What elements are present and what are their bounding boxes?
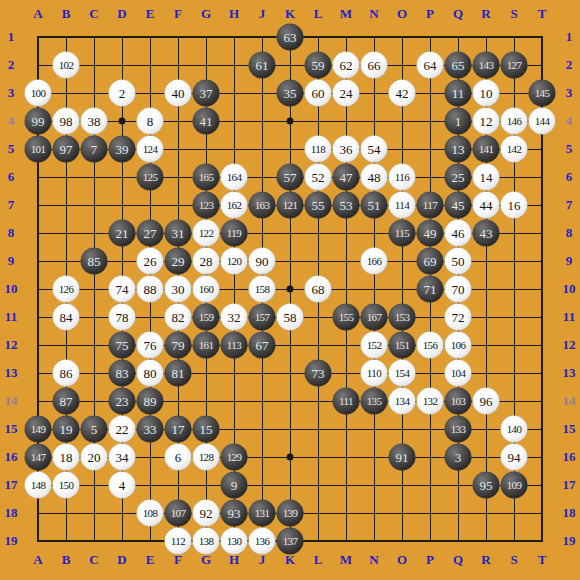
row-label-right-11: 11 <box>563 309 575 325</box>
stone-L2[interactable]: 59 <box>305 52 332 79</box>
stone-Q13[interactable]: 104 <box>445 360 472 387</box>
col-label-top-S: S <box>510 6 517 22</box>
stone-O14[interactable]: 134 <box>389 388 416 415</box>
stone-D10[interactable]: 74 <box>109 276 136 303</box>
stone-D14[interactable]: 23 <box>109 388 136 415</box>
stone-D16[interactable]: 34 <box>109 444 136 471</box>
stone-P10[interactable]: 71 <box>417 276 444 303</box>
stone-M2[interactable]: 62 <box>333 52 360 79</box>
stone-T4[interactable]: 144 <box>529 108 556 135</box>
col-label-bottom-S: S <box>510 552 517 568</box>
stone-L10[interactable]: 68 <box>305 276 332 303</box>
col-label-bottom-N: N <box>369 552 378 568</box>
row-label-right-2: 2 <box>566 57 573 73</box>
row-label-left-4: 4 <box>8 113 15 129</box>
stone-B10[interactable]: 126 <box>53 276 80 303</box>
stone-E18[interactable]: 108 <box>137 500 164 527</box>
stone-P2[interactable]: 64 <box>417 52 444 79</box>
col-label-bottom-B: B <box>62 552 71 568</box>
stone-D11[interactable]: 78 <box>109 304 136 331</box>
stone-M14[interactable]: 111 <box>333 388 360 415</box>
stone-G6[interactable]: 165 <box>193 164 220 191</box>
row-label-right-18: 18 <box>563 505 576 521</box>
col-label-top-M: M <box>340 6 352 22</box>
stone-J10[interactable]: 158 <box>249 276 276 303</box>
row-label-right-1: 1 <box>566 29 573 45</box>
stone-O12[interactable]: 151 <box>389 332 416 359</box>
stone-A15[interactable]: 149 <box>25 416 52 443</box>
stone-F18[interactable]: 107 <box>165 500 192 527</box>
row-label-left-18: 18 <box>5 505 18 521</box>
stone-Q15[interactable]: 133 <box>445 416 472 443</box>
star-point-K10 <box>287 286 294 293</box>
row-label-right-6: 6 <box>566 169 573 185</box>
stone-R6[interactable]: 14 <box>473 164 500 191</box>
stone-H11[interactable]: 32 <box>221 304 248 331</box>
star-point-K4 <box>287 118 294 125</box>
stone-E9[interactable]: 26 <box>137 248 164 275</box>
row-label-left-11: 11 <box>5 309 17 325</box>
col-label-top-B: B <box>62 6 71 22</box>
stone-P12[interactable]: 156 <box>417 332 444 359</box>
stone-D8[interactable]: 21 <box>109 220 136 247</box>
stone-O3[interactable]: 42 <box>389 80 416 107</box>
stone-R17[interactable]: 95 <box>473 472 500 499</box>
stone-E12[interactable]: 76 <box>137 332 164 359</box>
stone-R2[interactable]: 143 <box>473 52 500 79</box>
col-label-top-T: T <box>538 6 547 22</box>
stone-R8[interactable]: 43 <box>473 220 500 247</box>
stone-N6[interactable]: 48 <box>361 164 388 191</box>
stone-C4[interactable]: 38 <box>81 108 108 135</box>
col-label-top-C: C <box>89 6 98 22</box>
star-point-K16 <box>287 454 294 461</box>
row-label-left-1: 1 <box>8 29 15 45</box>
stone-P9[interactable]: 69 <box>417 248 444 275</box>
stone-F16[interactable]: 6 <box>165 444 192 471</box>
stone-B15[interactable]: 19 <box>53 416 80 443</box>
stone-Q10[interactable]: 70 <box>445 276 472 303</box>
stone-J12[interactable]: 67 <box>249 332 276 359</box>
stone-H19[interactable]: 130 <box>221 528 248 555</box>
stone-B13[interactable]: 86 <box>53 360 80 387</box>
stone-G12[interactable]: 161 <box>193 332 220 359</box>
stone-A3[interactable]: 100 <box>25 80 52 107</box>
col-label-bottom-M: M <box>340 552 352 568</box>
stone-R4[interactable]: 12 <box>473 108 500 135</box>
stone-D17[interactable]: 4 <box>109 472 136 499</box>
stone-N11[interactable]: 167 <box>361 304 388 331</box>
stone-L5[interactable]: 118 <box>305 136 332 163</box>
stone-E15[interactable]: 33 <box>137 416 164 443</box>
stone-S5[interactable]: 142 <box>501 136 528 163</box>
stone-J7[interactable]: 163 <box>249 192 276 219</box>
col-label-bottom-Q: Q <box>453 552 463 568</box>
star-point-D4 <box>119 118 126 125</box>
stone-N13[interactable]: 110 <box>361 360 388 387</box>
col-label-top-N: N <box>369 6 378 22</box>
row-label-right-17: 17 <box>563 477 576 493</box>
row-label-right-10: 10 <box>563 281 576 297</box>
stone-R14[interactable]: 96 <box>473 388 500 415</box>
col-label-bottom-O: O <box>397 552 407 568</box>
col-label-bottom-T: T <box>538 552 547 568</box>
stone-H9[interactable]: 120 <box>221 248 248 275</box>
stone-D5[interactable]: 39 <box>109 136 136 163</box>
stone-H12[interactable]: 113 <box>221 332 248 359</box>
col-label-top-R: R <box>481 6 490 22</box>
row-label-right-14: 14 <box>563 393 576 409</box>
stone-F9[interactable]: 29 <box>165 248 192 275</box>
stone-J19[interactable]: 136 <box>249 528 276 555</box>
stone-F3[interactable]: 40 <box>165 80 192 107</box>
stone-P14[interactable]: 132 <box>417 388 444 415</box>
stone-O8[interactable]: 115 <box>389 220 416 247</box>
stone-D15[interactable]: 22 <box>109 416 136 443</box>
stone-G10[interactable]: 160 <box>193 276 220 303</box>
row-label-left-7: 7 <box>8 197 15 213</box>
col-label-top-D: D <box>117 6 126 22</box>
stone-H7[interactable]: 162 <box>221 192 248 219</box>
stone-Q11[interactable]: 72 <box>445 304 472 331</box>
stone-H16[interactable]: 129 <box>221 444 248 471</box>
row-label-right-9: 9 <box>566 253 573 269</box>
row-label-left-19: 19 <box>5 533 18 549</box>
col-label-top-A: A <box>33 6 42 22</box>
stone-Q12[interactable]: 106 <box>445 332 472 359</box>
row-label-right-3: 3 <box>566 85 573 101</box>
col-label-bottom-C: C <box>89 552 98 568</box>
stone-K1[interactable]: 63 <box>277 24 304 51</box>
stone-J2[interactable]: 61 <box>249 52 276 79</box>
col-label-bottom-R: R <box>481 552 490 568</box>
stone-F15[interactable]: 17 <box>165 416 192 443</box>
stone-K6[interactable]: 57 <box>277 164 304 191</box>
row-label-left-2: 2 <box>8 57 15 73</box>
row-label-right-7: 7 <box>566 197 573 213</box>
stone-F8[interactable]: 31 <box>165 220 192 247</box>
stone-G19[interactable]: 138 <box>193 528 220 555</box>
col-label-top-G: G <box>201 6 211 22</box>
stone-S4[interactable]: 146 <box>501 108 528 135</box>
stone-M6[interactable]: 47 <box>333 164 360 191</box>
col-label-top-K: K <box>285 6 295 22</box>
row-label-right-19: 19 <box>563 533 576 549</box>
stone-E6[interactable]: 125 <box>137 164 164 191</box>
stone-Q9[interactable]: 50 <box>445 248 472 275</box>
col-label-bottom-E: E <box>146 552 155 568</box>
stone-H8[interactable]: 119 <box>221 220 248 247</box>
col-label-top-P: P <box>426 6 434 22</box>
stone-N9[interactable]: 166 <box>361 248 388 275</box>
stone-O13[interactable]: 154 <box>389 360 416 387</box>
stone-M11[interactable]: 155 <box>333 304 360 331</box>
stone-M3[interactable]: 24 <box>333 80 360 107</box>
stone-G16[interactable]: 128 <box>193 444 220 471</box>
stone-F19[interactable]: 112 <box>165 528 192 555</box>
stone-L3[interactable]: 60 <box>305 80 332 107</box>
row-label-left-14: 14 <box>5 393 18 409</box>
stone-Q6[interactable]: 25 <box>445 164 472 191</box>
col-label-top-H: H <box>229 6 239 22</box>
row-label-left-17: 17 <box>5 477 18 493</box>
stone-E13[interactable]: 80 <box>137 360 164 387</box>
stone-E4[interactable]: 8 <box>137 108 164 135</box>
stone-Q8[interactable]: 46 <box>445 220 472 247</box>
stone-B4[interactable]: 98 <box>53 108 80 135</box>
stone-P8[interactable]: 49 <box>417 220 444 247</box>
stone-Q16[interactable]: 3 <box>445 444 472 471</box>
col-label-bottom-A: A <box>33 552 42 568</box>
stone-N2[interactable]: 66 <box>361 52 388 79</box>
stone-D3[interactable]: 2 <box>109 80 136 107</box>
go-board: AABBCCDDEEFFGGHHJJKKLLMMNNOOPPQQRRSSTT11… <box>0 0 580 580</box>
stone-P7[interactable]: 117 <box>417 192 444 219</box>
stone-Q2[interactable]: 65 <box>445 52 472 79</box>
stone-M5[interactable]: 36 <box>333 136 360 163</box>
row-label-left-16: 16 <box>5 449 18 465</box>
stone-G3[interactable]: 37 <box>193 80 220 107</box>
stone-G11[interactable]: 159 <box>193 304 220 331</box>
row-label-left-9: 9 <box>8 253 15 269</box>
stone-L7[interactable]: 55 <box>305 192 332 219</box>
stone-K3[interactable]: 35 <box>277 80 304 107</box>
stone-M7[interactable]: 53 <box>333 192 360 219</box>
stone-C5[interactable]: 7 <box>81 136 108 163</box>
stone-B11[interactable]: 84 <box>53 304 80 331</box>
stone-F13[interactable]: 81 <box>165 360 192 387</box>
stone-B2[interactable]: 102 <box>53 52 80 79</box>
col-label-bottom-D: D <box>117 552 126 568</box>
col-label-bottom-P: P <box>426 552 434 568</box>
stone-A17[interactable]: 148 <box>25 472 52 499</box>
stone-A4[interactable]: 99 <box>25 108 52 135</box>
stone-F11[interactable]: 82 <box>165 304 192 331</box>
stone-S15[interactable]: 140 <box>501 416 528 443</box>
stone-B5[interactable]: 97 <box>53 136 80 163</box>
stone-R3[interactable]: 10 <box>473 80 500 107</box>
stone-C16[interactable]: 20 <box>81 444 108 471</box>
stone-H6[interactable]: 164 <box>221 164 248 191</box>
stone-J11[interactable]: 157 <box>249 304 276 331</box>
stone-S7[interactable]: 16 <box>501 192 528 219</box>
stone-E5[interactable]: 124 <box>137 136 164 163</box>
row-label-left-15: 15 <box>5 421 18 437</box>
stone-C15[interactable]: 5 <box>81 416 108 443</box>
row-label-right-4: 4 <box>566 113 573 129</box>
stone-T3[interactable]: 145 <box>529 80 556 107</box>
row-label-right-12: 12 <box>563 337 576 353</box>
stone-R7[interactable]: 44 <box>473 192 500 219</box>
stone-L13[interactable]: 73 <box>305 360 332 387</box>
stone-A5[interactable]: 101 <box>25 136 52 163</box>
stone-G18[interactable]: 92 <box>193 500 220 527</box>
stone-H18[interactable]: 93 <box>221 500 248 527</box>
stone-O6[interactable]: 116 <box>389 164 416 191</box>
stone-F12[interactable]: 79 <box>165 332 192 359</box>
stone-N7[interactable]: 51 <box>361 192 388 219</box>
stone-S17[interactable]: 109 <box>501 472 528 499</box>
stone-B17[interactable]: 150 <box>53 472 80 499</box>
stone-R5[interactable]: 141 <box>473 136 500 163</box>
stone-Q14[interactable]: 103 <box>445 388 472 415</box>
stone-O7[interactable]: 114 <box>389 192 416 219</box>
stone-G15[interactable]: 15 <box>193 416 220 443</box>
stone-C9[interactable]: 85 <box>81 248 108 275</box>
stone-E8[interactable]: 27 <box>137 220 164 247</box>
stone-S16[interactable]: 94 <box>501 444 528 471</box>
stone-G4[interactable]: 41 <box>193 108 220 135</box>
stone-D13[interactable]: 83 <box>109 360 136 387</box>
row-label-right-5: 5 <box>566 141 573 157</box>
col-label-bottom-L: L <box>314 552 323 568</box>
stone-K18[interactable]: 139 <box>277 500 304 527</box>
stone-N5[interactable]: 54 <box>361 136 388 163</box>
row-label-left-5: 5 <box>8 141 15 157</box>
stone-K7[interactable]: 121 <box>277 192 304 219</box>
stone-A16[interactable]: 147 <box>25 444 52 471</box>
stone-O16[interactable]: 91 <box>389 444 416 471</box>
stone-G9[interactable]: 28 <box>193 248 220 275</box>
stone-N14[interactable]: 135 <box>361 388 388 415</box>
col-label-top-F: F <box>174 6 182 22</box>
stone-K11[interactable]: 58 <box>277 304 304 331</box>
col-label-top-J: J <box>259 6 266 22</box>
stone-Q7[interactable]: 45 <box>445 192 472 219</box>
stone-O11[interactable]: 153 <box>389 304 416 331</box>
stone-Q5[interactable]: 13 <box>445 136 472 163</box>
stone-F10[interactable]: 30 <box>165 276 192 303</box>
row-label-left-12: 12 <box>5 337 18 353</box>
stone-H17[interactable]: 9 <box>221 472 248 499</box>
row-label-right-16: 16 <box>563 449 576 465</box>
stone-E14[interactable]: 89 <box>137 388 164 415</box>
row-label-right-8: 8 <box>566 225 573 241</box>
stone-D12[interactable]: 75 <box>109 332 136 359</box>
row-label-left-8: 8 <box>8 225 15 241</box>
stone-B14[interactable]: 87 <box>53 388 80 415</box>
row-label-left-6: 6 <box>8 169 15 185</box>
stone-G8[interactable]: 122 <box>193 220 220 247</box>
stone-B16[interactable]: 18 <box>53 444 80 471</box>
stone-E10[interactable]: 88 <box>137 276 164 303</box>
col-label-top-O: O <box>397 6 407 22</box>
row-label-right-13: 13 <box>563 365 576 381</box>
stone-J9[interactable]: 90 <box>249 248 276 275</box>
col-label-top-L: L <box>314 6 323 22</box>
col-label-top-E: E <box>146 6 155 22</box>
stone-L6[interactable]: 52 <box>305 164 332 191</box>
stone-K19[interactable]: 137 <box>277 528 304 555</box>
stone-Q4[interactable]: 1 <box>445 108 472 135</box>
stone-N12[interactable]: 152 <box>361 332 388 359</box>
stone-J18[interactable]: 131 <box>249 500 276 527</box>
stone-S2[interactable]: 127 <box>501 52 528 79</box>
stone-G7[interactable]: 123 <box>193 192 220 219</box>
col-label-top-Q: Q <box>453 6 463 22</box>
row-label-left-3: 3 <box>8 85 15 101</box>
row-label-left-13: 13 <box>5 365 18 381</box>
row-label-left-10: 10 <box>5 281 18 297</box>
stone-Q3[interactable]: 11 <box>445 80 472 107</box>
row-label-right-15: 15 <box>563 421 576 437</box>
